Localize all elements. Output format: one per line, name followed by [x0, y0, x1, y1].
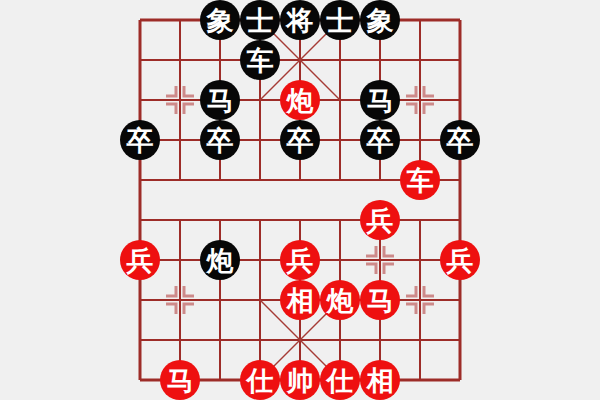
xiangqi-board-canvas: 象士将士象车马炮马卒卒卒卒卒车兵兵炮兵兵相炮马马仕帅仕相 [0, 0, 600, 400]
piece-black-soldier[interactable]: 卒 [120, 120, 160, 160]
piece-glyph: 卒 [207, 127, 234, 154]
piece-glyph: 士 [327, 7, 354, 34]
piece-glyph: 兵 [447, 247, 474, 274]
piece-black-chariot[interactable]: 车 [240, 40, 280, 80]
piece-glyph: 仕 [327, 367, 354, 394]
piece-glyph: 马 [207, 87, 234, 114]
piece-red-soldier[interactable]: 兵 [120, 240, 160, 280]
piece-black-horse[interactable]: 马 [360, 80, 400, 120]
piece-black-soldier[interactable]: 卒 [440, 120, 480, 160]
piece-glyph: 仕 [247, 367, 274, 394]
piece-glyph: 相 [367, 367, 394, 394]
piece-black-general[interactable]: 将 [280, 0, 320, 40]
piece-glyph: 炮 [207, 247, 234, 274]
piece-glyph: 帅 [287, 367, 314, 394]
piece-red-horse[interactable]: 马 [360, 280, 400, 320]
piece-red-chariot[interactable]: 车 [400, 160, 440, 200]
piece-glyph: 马 [367, 287, 394, 314]
piece-glyph: 兵 [127, 247, 154, 274]
piece-glyph: 兵 [287, 247, 314, 274]
piece-red-cannon[interactable]: 炮 [320, 280, 360, 320]
piece-glyph: 卒 [287, 127, 314, 154]
piece-black-soldier[interactable]: 卒 [360, 120, 400, 160]
piece-black-soldier[interactable]: 卒 [200, 120, 240, 160]
piece-red-elephant[interactable]: 相 [280, 280, 320, 320]
piece-glyph: 士 [247, 7, 274, 34]
piece-red-elephant[interactable]: 相 [360, 360, 400, 400]
piece-red-advisor[interactable]: 仕 [320, 360, 360, 400]
piece-black-soldier[interactable]: 卒 [280, 120, 320, 160]
piece-glyph: 卒 [367, 127, 394, 154]
piece-glyph: 象 [207, 7, 234, 34]
piece-glyph: 炮 [327, 287, 354, 314]
piece-glyph: 将 [287, 7, 314, 34]
piece-black-horse[interactable]: 马 [200, 80, 240, 120]
piece-black-elephant[interactable]: 象 [200, 0, 240, 40]
piece-glyph: 兵 [367, 207, 394, 234]
piece-black-elephant[interactable]: 象 [360, 0, 400, 40]
piece-red-soldier[interactable]: 兵 [280, 240, 320, 280]
piece-black-cannon[interactable]: 炮 [200, 240, 240, 280]
piece-black-advisor[interactable]: 士 [240, 0, 280, 40]
piece-glyph: 车 [247, 47, 274, 74]
piece-red-soldier[interactable]: 兵 [360, 200, 400, 240]
piece-black-advisor[interactable]: 士 [320, 0, 360, 40]
board-grid: 象士将士象车马炮马卒卒卒卒卒车兵兵炮兵兵相炮马马仕帅仕相 [120, 0, 480, 400]
piece-glyph: 相 [287, 287, 314, 314]
piece-glyph: 卒 [127, 127, 154, 154]
piece-glyph: 卒 [447, 127, 474, 154]
piece-glyph: 炮 [287, 87, 314, 114]
piece-glyph: 象 [367, 7, 394, 34]
piece-red-advisor[interactable]: 仕 [240, 360, 280, 400]
piece-glyph: 车 [407, 167, 434, 194]
piece-red-general[interactable]: 帅 [280, 360, 320, 400]
piece-red-horse[interactable]: 马 [160, 360, 200, 400]
piece-glyph: 马 [167, 367, 194, 394]
piece-red-soldier[interactable]: 兵 [440, 240, 480, 280]
piece-glyph: 马 [367, 87, 394, 114]
piece-red-cannon[interactable]: 炮 [280, 80, 320, 120]
